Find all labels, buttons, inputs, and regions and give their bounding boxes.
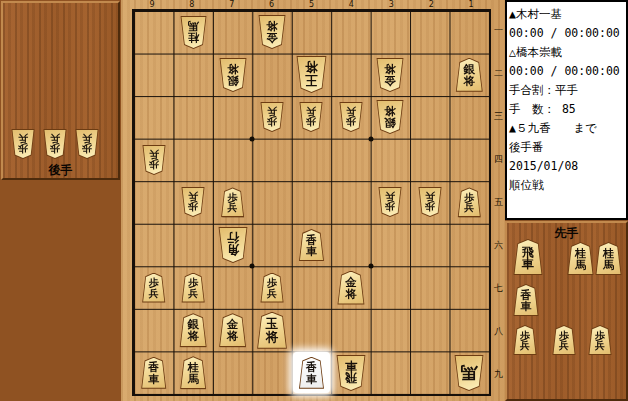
square-7五: 歩兵 <box>213 181 252 224</box>
sente-label: 先手 <box>507 225 626 242</box>
square-5二: 王将 <box>292 54 331 97</box>
file-label: 1 <box>451 0 491 9</box>
file-label: 8 <box>172 0 212 9</box>
shogi-piece: 歩兵 <box>260 102 284 132</box>
square-4七: 金将 <box>331 266 370 309</box>
gote-hand-tray: 歩兵歩兵歩兵 後手 <box>1 1 120 180</box>
square-2五: 歩兵 <box>410 181 449 224</box>
square-7二: 銀将 <box>213 54 252 97</box>
shogi-piece: 馬 <box>454 355 484 391</box>
square-6三: 歩兵 <box>252 96 291 139</box>
hand-piece: 歩兵 <box>75 129 99 159</box>
info-line: 後手番 <box>509 138 624 157</box>
shogi-piece: 金将 <box>337 271 365 305</box>
square-9七: 歩兵 <box>134 266 173 309</box>
rank-label: 六 <box>492 224 505 267</box>
file-labels: 987654321 <box>132 0 491 9</box>
rank-labels: 一二三四五六七八九 <box>492 9 505 396</box>
shogi-piece: 歩兵 <box>299 102 323 132</box>
shogi-piece: 銀将 <box>219 58 247 92</box>
gote-hand-panel: 歩兵歩兵歩兵 後手 <box>0 0 121 401</box>
square-4三: 歩兵 <box>331 96 370 139</box>
info-panel: ▲木村一基00:00 / 00:00:00△橋本崇載00:00 / 00:00:… <box>505 0 628 220</box>
shogi-piece: 飛車 <box>336 355 366 391</box>
square-7六: 角行 <box>213 224 252 267</box>
info-line: △橋本崇載 <box>509 43 624 62</box>
square-1九: 馬 <box>450 351 489 394</box>
square-8八: 銀将 <box>173 309 212 352</box>
square-5六: 香車 <box>292 224 331 267</box>
shogi-piece: 歩兵 <box>181 273 205 303</box>
square-3五: 歩兵 <box>371 181 410 224</box>
square-7八: 金将 <box>213 309 252 352</box>
file-label: 6 <box>252 0 292 9</box>
rank-label: 九 <box>492 353 505 396</box>
shogi-piece: 金将 <box>376 58 404 92</box>
shogi-piece: 香車 <box>298 357 324 389</box>
shogi-piece: 銀将 <box>179 313 207 347</box>
square-8五: 歩兵 <box>173 181 212 224</box>
info-line: ▲木村一基 <box>509 5 624 24</box>
shogi-board: 987654321 一二三四五六七八九 桂馬金将銀将王将金将銀将歩兵歩兵歩兵銀将… <box>121 0 505 401</box>
shogi-piece: 桂馬 <box>180 356 207 389</box>
shogi-piece: 角行 <box>218 227 248 263</box>
shogi-piece: 歩兵 <box>142 145 166 175</box>
hand-piece: 飛車 <box>513 239 543 275</box>
square-3三: 銀将 <box>371 96 410 139</box>
info-line: 2015/01/08 <box>509 157 624 176</box>
shogi-piece: 歩兵 <box>221 187 245 217</box>
square-8七: 歩兵 <box>173 266 212 309</box>
rank-label: 五 <box>492 181 505 224</box>
square-8一: 桂馬 <box>173 11 212 54</box>
shogi-piece: 歩兵 <box>378 187 402 217</box>
gote-label: 後手 <box>3 162 118 179</box>
hand-piece: 歩兵 <box>513 325 537 355</box>
square-1二: 銀将 <box>450 54 489 97</box>
square-5九: 香車 <box>292 351 331 394</box>
shogi-piece: 歩兵 <box>142 273 166 303</box>
square-6七: 歩兵 <box>252 266 291 309</box>
rank-label: 三 <box>492 95 505 138</box>
info-line: 手合割：平手 <box>509 81 624 100</box>
file-label: 4 <box>331 0 371 9</box>
rank-label: 一 <box>492 9 505 52</box>
file-label: 9 <box>132 0 172 9</box>
rank-label: 七 <box>492 267 505 310</box>
shogi-piece: 金将 <box>219 313 247 347</box>
square-6一: 金将 <box>252 11 291 54</box>
shogi-piece: 香車 <box>298 229 324 261</box>
shogi-piece: 歩兵 <box>260 273 284 303</box>
shogi-piece: 金将 <box>258 15 286 49</box>
info-line: 00:00 / 00:00:00 <box>509 24 624 43</box>
board-pieces: 桂馬金将銀将王将金将銀将歩兵歩兵歩兵銀将歩兵歩兵歩兵歩兵歩兵歩兵角行香車歩兵歩兵… <box>134 11 489 394</box>
shogi-piece: 香車 <box>141 357 167 389</box>
info-line: 手 数： 85 <box>509 100 624 119</box>
square-9九: 香車 <box>134 351 173 394</box>
file-label: 3 <box>371 0 411 9</box>
info-line: ▲５九香 まで <box>509 119 624 138</box>
shogi-piece: 歩兵 <box>457 187 481 217</box>
square-3二: 金将 <box>371 54 410 97</box>
file-label: 5 <box>292 0 332 9</box>
hand-piece: 歩兵 <box>552 325 576 355</box>
hand-piece: 香車 <box>513 284 539 316</box>
sente-hand-panel: 先手 飛車桂馬桂馬香車歩兵歩兵歩兵 <box>505 221 628 401</box>
shogi-piece: 銀将 <box>376 100 404 134</box>
hand-piece: 歩兵 <box>588 325 612 355</box>
file-label: 7 <box>212 0 252 9</box>
shogi-piece: 桂馬 <box>180 16 207 49</box>
board-grid: 桂馬金将銀将王将金将銀将歩兵歩兵歩兵銀将歩兵歩兵歩兵歩兵歩兵歩兵角行香車歩兵歩兵… <box>132 9 491 396</box>
square-6八: 玉将 <box>252 309 291 352</box>
info-line: 00:00 / 00:00:00 <box>509 62 624 81</box>
hand-piece: 歩兵 <box>11 129 35 159</box>
shogi-piece: 歩兵 <box>181 187 205 217</box>
rank-label: 二 <box>492 52 505 95</box>
square-4九: 飛車 <box>331 351 370 394</box>
square-8九: 桂馬 <box>173 351 212 394</box>
file-label: 2 <box>411 0 451 9</box>
info-line: 順位戦 <box>509 176 624 195</box>
shogi-piece: 歩兵 <box>418 187 442 217</box>
shogi-piece: 王将 <box>296 56 327 93</box>
rank-label: 八 <box>492 310 505 353</box>
shogi-piece: 銀将 <box>455 58 483 92</box>
shogi-piece: 玉将 <box>257 312 288 349</box>
shogi-piece: 歩兵 <box>339 102 363 132</box>
square-1五: 歩兵 <box>450 181 489 224</box>
rank-label: 四 <box>492 138 505 181</box>
hand-piece: 歩兵 <box>43 129 67 159</box>
hand-piece: 桂馬 <box>595 242 622 275</box>
square-5三: 歩兵 <box>292 96 331 139</box>
square-9四: 歩兵 <box>134 139 173 182</box>
hand-piece: 桂馬 <box>567 242 594 275</box>
